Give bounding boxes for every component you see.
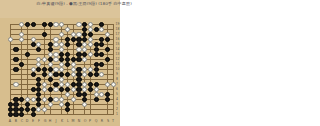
black-stone <box>88 72 93 77</box>
black-stone <box>76 92 81 97</box>
col-label: B <box>14 119 17 122</box>
black-stone <box>13 112 18 117</box>
black-stone <box>94 72 99 77</box>
row-label: 18 <box>115 28 118 31</box>
black-stone <box>105 57 110 62</box>
black-stone <box>53 72 58 77</box>
white-stone <box>71 72 76 77</box>
go-viewer-screen: 白:申真谞(9段) - ●黑:王磊(9段) (180手 白中盘胜) ABCDEF… <box>0 0 120 126</box>
col-label: P <box>89 119 92 122</box>
white-stone <box>53 22 58 27</box>
black-stone <box>71 37 76 42</box>
black-stone <box>65 107 70 112</box>
white-stone <box>53 87 58 92</box>
white-stone <box>88 52 93 57</box>
white-stone <box>88 42 93 47</box>
game-header: 白:申真谞(9段) - ●黑:王磊(9段) (180手 白中盘胜) <box>0 0 120 18</box>
black-stone <box>25 22 30 27</box>
col-label: M <box>72 119 75 122</box>
black-stone <box>31 87 36 92</box>
row-label: 12 <box>115 58 118 61</box>
black-stone <box>13 67 18 72</box>
black-stone <box>48 77 53 82</box>
black-stone <box>31 22 36 27</box>
col-label: F <box>37 119 40 122</box>
black-stone <box>105 47 110 52</box>
white-stone <box>65 27 70 32</box>
col-label: C <box>20 119 23 122</box>
black-stone <box>65 42 70 47</box>
col-label: S <box>106 119 109 122</box>
row-label: 4 <box>115 98 118 101</box>
col-label: J <box>54 119 57 122</box>
col-label: H <box>49 119 52 122</box>
row-label: 10 <box>115 68 118 71</box>
row-label: 9 <box>115 73 118 76</box>
col-label: A <box>9 119 12 122</box>
row-label: 13 <box>115 53 118 56</box>
black-stone <box>88 87 93 92</box>
row-label: 16 <box>115 38 118 41</box>
black-stone <box>48 22 53 27</box>
black-stone <box>31 42 36 47</box>
row-label: 1 <box>115 113 118 116</box>
col-label: T <box>112 119 115 122</box>
row-label: 19 <box>115 23 118 26</box>
row-label: 3 <box>115 103 118 106</box>
white-stone <box>105 82 110 87</box>
black-stone <box>8 112 13 117</box>
row-label: 5 <box>115 93 118 96</box>
white-stone <box>48 102 53 107</box>
black-stone <box>65 72 70 77</box>
col-label: E <box>31 119 34 122</box>
white-stone <box>8 37 13 42</box>
row-label: 7 <box>115 83 118 86</box>
black-stone <box>105 37 110 42</box>
white-stone <box>13 82 18 87</box>
white-stone <box>76 22 81 27</box>
row-label: 17 <box>115 33 118 36</box>
black-stone <box>13 57 18 62</box>
row-label: 14 <box>115 48 118 51</box>
black-stone <box>94 52 99 57</box>
row-label: 11 <box>115 63 118 66</box>
black-stone <box>65 62 70 67</box>
black-stone <box>31 72 36 77</box>
col-label: O <box>83 119 86 122</box>
black-stone <box>25 107 30 112</box>
black-stone <box>31 112 36 117</box>
star-point <box>95 39 97 41</box>
white-stone <box>71 87 76 92</box>
black-stone <box>19 112 24 117</box>
white-stone <box>65 92 70 97</box>
row-label: 15 <box>115 43 118 46</box>
star-point <box>61 39 63 41</box>
col-label: L <box>66 119 69 122</box>
black-stone <box>48 87 53 92</box>
star-point <box>27 69 29 71</box>
row-label: 2 <box>115 108 118 111</box>
row-label: 8 <box>115 78 118 81</box>
black-stone <box>94 97 99 102</box>
row-label: 6 <box>115 88 118 91</box>
white-stone <box>53 42 58 47</box>
black-stone <box>76 57 81 62</box>
game-caption: 白:申真谞(9段) - ●黑:王磊(9段) (180手 白中盘胜) <box>36 2 83 6</box>
black-stone <box>25 52 30 57</box>
black-stone <box>13 47 18 52</box>
white-stone <box>71 97 76 102</box>
col-label: R <box>100 119 103 122</box>
black-stone <box>105 97 110 102</box>
col-label: Q <box>94 119 97 122</box>
col-label: G <box>43 119 46 122</box>
col-label: K <box>60 119 63 122</box>
col-label: D <box>26 119 29 122</box>
white-stone <box>31 97 36 102</box>
white-stone <box>53 57 58 62</box>
col-label: N <box>77 119 80 122</box>
star-point <box>27 39 29 41</box>
white-stone <box>53 97 58 102</box>
black-stone <box>94 27 99 32</box>
